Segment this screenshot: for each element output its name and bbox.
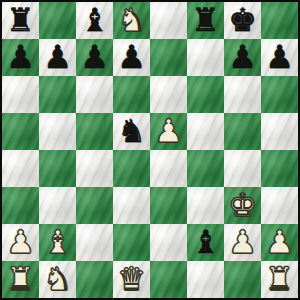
white-rook[interactable]: ♜ bbox=[6, 261, 35, 298]
black-knight[interactable]: ♞ bbox=[117, 113, 146, 150]
square-f8[interactable]: ♜ bbox=[187, 2, 224, 39]
square-d6[interactable] bbox=[113, 76, 150, 113]
square-b8[interactable] bbox=[39, 2, 76, 39]
square-d2[interactable] bbox=[113, 224, 150, 261]
black-pawn[interactable]: ♟ bbox=[80, 39, 109, 76]
square-a4[interactable] bbox=[2, 150, 39, 187]
square-a5[interactable] bbox=[2, 113, 39, 150]
square-d4[interactable] bbox=[113, 150, 150, 187]
square-b2[interactable]: ♝ bbox=[39, 224, 76, 261]
white-rook[interactable]: ♜ bbox=[265, 261, 294, 298]
white-pawn[interactable]: ♟ bbox=[154, 113, 183, 150]
square-c6[interactable] bbox=[76, 76, 113, 113]
black-pawn[interactable]: ♟ bbox=[265, 39, 294, 76]
square-b5[interactable] bbox=[39, 113, 76, 150]
square-a2[interactable]: ♟ bbox=[2, 224, 39, 261]
square-g7[interactable]: ♟ bbox=[224, 39, 261, 76]
square-f4[interactable] bbox=[187, 150, 224, 187]
square-e7[interactable] bbox=[150, 39, 187, 76]
square-h3[interactable] bbox=[261, 187, 298, 224]
black-bishop[interactable]: ♝ bbox=[80, 2, 109, 39]
square-b6[interactable] bbox=[39, 76, 76, 113]
square-c2[interactable] bbox=[76, 224, 113, 261]
square-b4[interactable] bbox=[39, 150, 76, 187]
square-g8[interactable]: ♚ bbox=[224, 2, 261, 39]
square-e4[interactable] bbox=[150, 150, 187, 187]
white-pawn[interactable]: ♟ bbox=[228, 224, 257, 261]
black-pawn[interactable]: ♟ bbox=[117, 39, 146, 76]
black-pawn[interactable]: ♟ bbox=[43, 39, 72, 76]
square-a8[interactable]: ♜ bbox=[2, 2, 39, 39]
square-f3[interactable] bbox=[187, 187, 224, 224]
white-queen[interactable]: ♛ bbox=[117, 261, 146, 298]
square-c5[interactable] bbox=[76, 113, 113, 150]
square-h7[interactable]: ♟ bbox=[261, 39, 298, 76]
white-bishop[interactable]: ♝ bbox=[43, 224, 72, 261]
square-e3[interactable] bbox=[150, 187, 187, 224]
square-c1[interactable] bbox=[76, 261, 113, 298]
square-e1[interactable] bbox=[150, 261, 187, 298]
square-d8[interactable]: ♞ bbox=[113, 2, 150, 39]
black-pawn[interactable]: ♟ bbox=[228, 39, 257, 76]
square-h4[interactable] bbox=[261, 150, 298, 187]
square-c8[interactable]: ♝ bbox=[76, 2, 113, 39]
square-e2[interactable] bbox=[150, 224, 187, 261]
white-knight[interactable]: ♞ bbox=[117, 2, 146, 39]
square-b1[interactable]: ♞ bbox=[39, 261, 76, 298]
square-d5[interactable]: ♞ bbox=[113, 113, 150, 150]
square-c3[interactable] bbox=[76, 187, 113, 224]
square-h6[interactable] bbox=[261, 76, 298, 113]
white-king[interactable]: ♚ bbox=[228, 187, 257, 224]
square-h5[interactable] bbox=[261, 113, 298, 150]
black-pawn[interactable]: ♟ bbox=[6, 39, 35, 76]
black-king[interactable]: ♚ bbox=[228, 2, 257, 39]
square-h1[interactable]: ♜ bbox=[261, 261, 298, 298]
chess-board-frame: ♜♝♞♜♚♟♟♟♟♟♟♞♟♚♟♝♝♟♟♜♞♛♜ bbox=[0, 0, 300, 300]
square-d3[interactable] bbox=[113, 187, 150, 224]
square-a6[interactable] bbox=[2, 76, 39, 113]
square-g2[interactable]: ♟ bbox=[224, 224, 261, 261]
square-a1[interactable]: ♜ bbox=[2, 261, 39, 298]
square-h8[interactable] bbox=[261, 2, 298, 39]
square-g4[interactable] bbox=[224, 150, 261, 187]
square-h2[interactable]: ♟ bbox=[261, 224, 298, 261]
square-f2[interactable]: ♝ bbox=[187, 224, 224, 261]
square-d1[interactable]: ♛ bbox=[113, 261, 150, 298]
square-a3[interactable] bbox=[2, 187, 39, 224]
black-bishop[interactable]: ♝ bbox=[191, 224, 220, 261]
square-e5[interactable]: ♟ bbox=[150, 113, 187, 150]
square-f1[interactable] bbox=[187, 261, 224, 298]
square-f6[interactable] bbox=[187, 76, 224, 113]
square-d7[interactable]: ♟ bbox=[113, 39, 150, 76]
square-c4[interactable] bbox=[76, 150, 113, 187]
square-e6[interactable] bbox=[150, 76, 187, 113]
square-b7[interactable]: ♟ bbox=[39, 39, 76, 76]
black-rook[interactable]: ♜ bbox=[6, 2, 35, 39]
square-g3[interactable]: ♚ bbox=[224, 187, 261, 224]
square-c7[interactable]: ♟ bbox=[76, 39, 113, 76]
white-pawn[interactable]: ♟ bbox=[6, 224, 35, 261]
square-g5[interactable] bbox=[224, 113, 261, 150]
square-f5[interactable] bbox=[187, 113, 224, 150]
square-e8[interactable] bbox=[150, 2, 187, 39]
square-b3[interactable] bbox=[39, 187, 76, 224]
square-g1[interactable] bbox=[224, 261, 261, 298]
square-a7[interactable]: ♟ bbox=[2, 39, 39, 76]
chess-board: ♜♝♞♜♚♟♟♟♟♟♟♞♟♚♟♝♝♟♟♜♞♛♜ bbox=[2, 2, 298, 298]
square-f7[interactable] bbox=[187, 39, 224, 76]
white-pawn[interactable]: ♟ bbox=[265, 224, 294, 261]
black-rook[interactable]: ♜ bbox=[191, 2, 220, 39]
white-knight[interactable]: ♞ bbox=[43, 261, 72, 298]
square-g6[interactable] bbox=[224, 76, 261, 113]
